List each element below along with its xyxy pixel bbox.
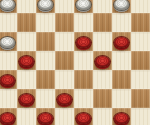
square-r4c2[interactable]	[36, 70, 55, 89]
red-checker-piece[interactable]	[114, 37, 129, 48]
square-r4c1	[17, 70, 36, 89]
square-r5c7[interactable]	[131, 89, 150, 108]
square-r4c4[interactable]	[74, 70, 93, 89]
square-r3c5[interactable]	[93, 51, 112, 70]
red-checker-piece[interactable]	[76, 113, 91, 124]
square-r1c1[interactable]	[17, 13, 36, 32]
white-checker-piece[interactable]	[0, 0, 15, 10]
square-r6c4[interactable]	[74, 108, 93, 125]
square-r2c1	[17, 32, 36, 51]
square-r0c7	[131, 0, 150, 13]
square-r5c1[interactable]	[17, 89, 36, 108]
red-checker-piece[interactable]	[19, 94, 34, 105]
square-r1c3[interactable]	[55, 13, 74, 32]
square-r2c5	[93, 32, 112, 51]
red-checker-piece[interactable]	[114, 113, 129, 124]
square-r2c0[interactable]	[0, 32, 17, 51]
square-r2c3	[55, 32, 74, 51]
checkers-board	[0, 0, 150, 125]
square-r0c1	[17, 0, 36, 13]
square-r3c7[interactable]	[131, 51, 150, 70]
square-r0c5	[93, 0, 112, 13]
square-r1c7[interactable]	[131, 13, 150, 32]
checkers-board-view	[0, 0, 150, 125]
square-r5c3[interactable]	[55, 89, 74, 108]
square-r2c4[interactable]	[74, 32, 93, 51]
square-r0c0[interactable]	[0, 0, 17, 13]
square-r6c6[interactable]	[112, 108, 131, 125]
square-r2c6[interactable]	[112, 32, 131, 51]
square-r0c6[interactable]	[112, 0, 131, 13]
red-checker-piece[interactable]	[19, 56, 34, 67]
square-r3c2	[36, 51, 55, 70]
square-r1c2	[36, 13, 55, 32]
square-r3c3[interactable]	[55, 51, 74, 70]
square-r6c7	[131, 108, 150, 125]
square-r0c2[interactable]	[36, 0, 55, 13]
square-r6c5	[93, 108, 112, 125]
square-r1c0	[0, 13, 17, 32]
square-r6c0[interactable]	[0, 108, 17, 125]
square-r3c4	[74, 51, 93, 70]
red-checker-piece[interactable]	[0, 75, 15, 86]
red-checker-piece[interactable]	[57, 94, 72, 105]
square-r0c4[interactable]	[74, 0, 93, 13]
red-checker-piece[interactable]	[0, 113, 15, 124]
square-r4c7	[131, 70, 150, 89]
square-r3c0	[0, 51, 17, 70]
square-r4c6[interactable]	[112, 70, 131, 89]
white-checker-piece[interactable]	[38, 0, 53, 10]
square-r1c6	[112, 13, 131, 32]
square-r6c1	[17, 108, 36, 125]
square-r6c2[interactable]	[36, 108, 55, 125]
white-checker-piece[interactable]	[76, 0, 91, 10]
red-checker-piece[interactable]	[38, 113, 53, 124]
square-r4c3	[55, 70, 74, 89]
square-r2c2[interactable]	[36, 32, 55, 51]
square-r1c4	[74, 13, 93, 32]
square-r4c0[interactable]	[0, 70, 17, 89]
square-r5c4	[74, 89, 93, 108]
red-checker-piece[interactable]	[95, 56, 110, 67]
square-r3c6	[112, 51, 131, 70]
square-r5c6	[112, 89, 131, 108]
white-checker-piece[interactable]	[0, 37, 15, 48]
square-r3c1[interactable]	[17, 51, 36, 70]
square-r1c5[interactable]	[93, 13, 112, 32]
square-r5c0	[0, 89, 17, 108]
square-r5c5[interactable]	[93, 89, 112, 108]
white-checker-piece[interactable]	[114, 0, 129, 10]
red-checker-piece[interactable]	[76, 37, 91, 48]
square-r4c5	[93, 70, 112, 89]
square-r2c7	[131, 32, 150, 51]
square-r0c3	[55, 0, 74, 13]
square-r6c3	[55, 108, 74, 125]
square-r5c2	[36, 89, 55, 108]
